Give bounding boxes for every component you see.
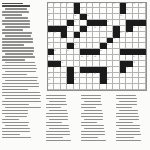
cell-number: 23: [107, 20, 109, 22]
cell-number: 15: [81, 8, 83, 10]
cell-number: 41: [107, 43, 109, 45]
clue-text-line: [2, 11, 29, 12]
cell-number: 37: [74, 37, 76, 39]
clue-text-line: [81, 104, 102, 105]
clue-text-line: [2, 113, 28, 114]
clue-text-line: [81, 113, 103, 114]
clue-text-line: [2, 68, 37, 69]
cell-number: 36: [61, 37, 63, 39]
clue-column-bottom-3: [116, 95, 149, 149]
cell-number: 49: [133, 55, 135, 57]
clue-text-line: [46, 134, 70, 135]
cell-number: 56: [126, 66, 128, 68]
clue-text-line: [46, 137, 63, 138]
cell-number: 40: [74, 43, 76, 45]
cell-number: 66: [107, 78, 109, 80]
clue-text-line: [81, 122, 97, 123]
cell-number: 11: [126, 2, 128, 4]
clue-text-line: [81, 140, 106, 141]
cell-number: 58: [74, 72, 76, 74]
clue-text-line: [2, 5, 31, 6]
cell-number: 47: [87, 55, 89, 57]
clue-text-line: [49, 128, 69, 129]
clue-text-line: [2, 83, 39, 84]
cell-number: 63: [120, 72, 122, 74]
cell-number: 67: [48, 84, 50, 86]
clue-text-line: [2, 110, 28, 111]
cell-number: 7: [94, 2, 95, 4]
clue-text-line: [2, 20, 31, 21]
cell-number: 55: [107, 66, 109, 68]
clue-text-line: [5, 26, 30, 27]
cell-number: 48: [94, 55, 96, 57]
clue-text-line: [2, 89, 28, 90]
clue-text-line: [119, 110, 138, 111]
clue-text-line: [2, 101, 42, 102]
cell-number: 19: [87, 14, 89, 16]
cell-number: 16: [126, 8, 128, 10]
clue-text-line: [116, 113, 138, 114]
cell-number: 14: [48, 8, 50, 10]
cell-number: 32: [81, 31, 83, 33]
clue-text-line: [2, 122, 30, 123]
clue-text-line: [116, 125, 140, 126]
clue-text-line: [49, 110, 67, 111]
clue-column-bottom-2: [81, 95, 113, 149]
clue-text-line: [116, 116, 139, 117]
clue-text-line: [46, 104, 67, 105]
cell-number: 35: [48, 37, 50, 39]
clue-text-line: [2, 137, 32, 138]
cell-number: 57: [48, 72, 50, 74]
cell-number: 51: [61, 61, 63, 63]
clue-text-line: [49, 119, 68, 120]
clue-text-line: [2, 32, 32, 33]
clue-text-line: [84, 128, 104, 129]
clue-text-line: [81, 125, 104, 126]
cell-number: 52: [133, 61, 135, 63]
clue-text-line: [46, 122, 62, 123]
cell-number: 18: [74, 14, 76, 16]
clue-text-line: [5, 71, 37, 72]
clue-text-line: [46, 131, 70, 132]
cell-number: 64: [48, 78, 50, 80]
cell-number: 24: [67, 26, 69, 28]
cell-number: 34: [126, 31, 128, 33]
clue-text-line: [2, 65, 37, 66]
clue-text-line: [5, 107, 42, 108]
clue-text-line: [2, 74, 27, 75]
clue-text-line: [116, 122, 133, 123]
cell-number: 38: [113, 37, 115, 39]
clue-text-line: [2, 29, 23, 30]
clue-text-line: [46, 140, 71, 141]
clue-text-line: [2, 92, 41, 93]
crossword-grid[interactable]: 1234567891011121314151617181920212223242…: [47, 2, 148, 92]
clue-text-line: [116, 131, 140, 132]
clue-text-line: [2, 56, 36, 57]
clue-text-line: [84, 101, 101, 102]
cell-number: 62: [107, 72, 109, 74]
cell-number: 42: [54, 49, 56, 51]
clue-text-line: [119, 101, 137, 102]
cell-number: 43: [67, 49, 69, 51]
clue-text-line: [2, 77, 39, 78]
grid-cell[interactable]: [93, 84, 100, 90]
clue-text-line: [2, 50, 35, 51]
clue-text-line: [116, 140, 141, 141]
clue-text-line: [5, 98, 40, 99]
cell-number: 60: [87, 72, 89, 74]
cell-number: 33: [120, 31, 122, 33]
cell-number: 53: [48, 66, 50, 68]
clue-text-line: [2, 47, 34, 48]
cell-number: 3: [61, 2, 62, 4]
cell-number: 10: [113, 2, 115, 4]
cell-number: 28: [133, 26, 135, 28]
clue-text-line: [81, 98, 101, 99]
cell-number: 31: [54, 31, 56, 33]
clue-text-line: [2, 134, 20, 135]
cell-number: 50: [140, 55, 142, 57]
cell-number: 65: [74, 78, 76, 80]
clue-text-line: [5, 125, 29, 126]
clue-text-line: [46, 95, 66, 96]
cell-number: 30: [48, 31, 50, 33]
grid-cell[interactable]: [139, 84, 146, 90]
clue-text-line: [2, 86, 40, 87]
clue-text-line: [2, 14, 22, 15]
cell-number: 54: [54, 66, 56, 68]
clue-text-line: [2, 44, 25, 45]
clue-column-bottom-1: [46, 95, 78, 149]
clue-text-line: [2, 119, 19, 120]
grid-cell[interactable]: [67, 84, 74, 90]
clue-text-line: [5, 35, 31, 36]
cell-number: 6: [87, 2, 88, 4]
cell-number: 9: [107, 2, 108, 4]
clue-text-line: [46, 113, 68, 114]
clue-text-line: [2, 59, 26, 60]
clue-text-line: [81, 107, 96, 108]
clue-text-line: [81, 131, 105, 132]
clue-text-line: [5, 17, 29, 18]
cell-number: 45: [48, 55, 50, 57]
clue-text-line: [81, 137, 98, 138]
cell-number: 5: [81, 2, 82, 4]
clue-text-line: [46, 107, 61, 108]
clue-text-line: [46, 98, 66, 99]
cell-number: 46: [81, 55, 83, 57]
clue-text-line: [5, 53, 34, 54]
clue-text-line: [81, 134, 105, 135]
clue-text-line: [84, 119, 103, 120]
clue-text-line: [46, 116, 68, 117]
clue-text-line: [2, 38, 33, 39]
cell-number: 1: [48, 2, 49, 4]
cell-number: 22: [74, 20, 76, 22]
clue-text-line: [5, 8, 28, 9]
cell-number: 2: [54, 2, 55, 4]
clue-text-line: [116, 137, 134, 138]
clue-column-left: [2, 3, 44, 149]
cell-number: 44: [100, 49, 102, 51]
clue-text-line: [2, 131, 31, 132]
cell-number: 61: [94, 72, 96, 74]
cell-number: 4: [67, 2, 68, 4]
clue-text-line: [2, 23, 31, 24]
cell-number: 29: [140, 26, 142, 28]
clue-text-line: [2, 95, 41, 96]
clue-text-line: [49, 101, 66, 102]
cell-number: 59: [81, 72, 83, 74]
cell-number: 26: [94, 26, 96, 28]
cell-number: 25: [87, 26, 89, 28]
clue-text-line: [46, 125, 69, 126]
clue-text-line: [84, 110, 102, 111]
clue-text-line: [116, 107, 132, 108]
clue-text-line: [116, 98, 137, 99]
grid-cell[interactable]: [120, 84, 127, 90]
cell-number: 17: [48, 14, 50, 16]
clue-text-line: [2, 104, 30, 105]
cell-number: 21: [48, 20, 50, 22]
clue-text-line: [2, 128, 31, 129]
cell-number: 39: [48, 43, 50, 45]
clue-text-line: [81, 95, 101, 96]
clue-text-line: [116, 104, 137, 105]
clue-text-line: [2, 3, 24, 4]
clue-text-line: [81, 116, 103, 117]
cell-number: 27: [100, 26, 102, 28]
clue-text-line: [5, 62, 35, 63]
clue-text-line: [5, 80, 38, 81]
crossword-puzzle-page: 1234567891011121314151617181920212223242…: [0, 0, 150, 150]
clue-text-line: [5, 116, 28, 117]
clue-text-line: [116, 95, 136, 96]
cell-number: 13: [140, 2, 142, 4]
cell-number: 8: [100, 2, 101, 4]
clue-text-line: [119, 128, 140, 129]
clue-text-line: [116, 134, 141, 135]
cell-number: 20: [120, 14, 122, 16]
clue-text-line: [119, 119, 139, 120]
clue-text-line: [2, 41, 34, 42]
cell-number: 12: [133, 2, 135, 4]
